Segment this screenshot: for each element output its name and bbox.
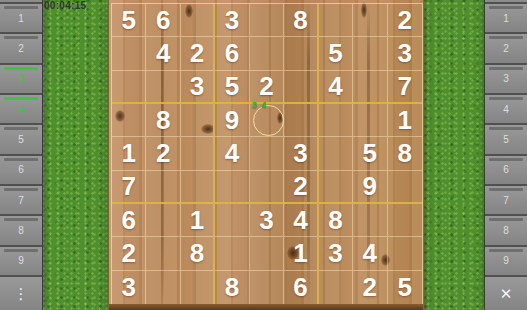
- active-indicator: [4, 127, 38, 130]
- active-indicator: [489, 6, 523, 9]
- num-button-label: 7: [18, 195, 24, 206]
- left-num-button-4[interactable]: 4: [0, 93, 42, 123]
- cell-r4c8[interactable]: [353, 104, 387, 137]
- right-num-button-9[interactable]: 9: [485, 245, 527, 275]
- cell-digit: 6: [225, 40, 239, 66]
- close-button[interactable]: ✕: [485, 275, 527, 310]
- cell-r3c6[interactable]: [284, 71, 318, 104]
- cell-r6c6[interactable]: 2: [284, 171, 318, 204]
- cell-r8c4[interactable]: [215, 237, 249, 270]
- cell-r2c9[interactable]: 3: [388, 37, 422, 70]
- cell-digit: 1: [293, 240, 307, 266]
- cell-digit: 8: [156, 107, 170, 133]
- cell-digit: 5: [121, 7, 135, 33]
- active-indicator: [4, 249, 38, 252]
- right-num-button-7[interactable]: 7: [485, 184, 527, 214]
- active-indicator: [489, 249, 523, 252]
- cell-r1c2[interactable]: 6: [146, 4, 180, 37]
- num-button-label: 9: [18, 255, 24, 266]
- cell-digit: 3: [293, 140, 307, 166]
- left-num-button-9[interactable]: 9: [0, 245, 42, 275]
- num-button-label: 3: [503, 73, 509, 84]
- cell-digit: 9: [225, 107, 239, 133]
- cell-digit: 5: [398, 274, 412, 300]
- cell-r5c7[interactable]: [319, 137, 353, 170]
- num-button-label: 3: [18, 73, 24, 84]
- cell-r4c4[interactable]: 9: [215, 104, 249, 137]
- cell-r5c1[interactable]: 1: [112, 137, 146, 170]
- active-indicator: [4, 97, 38, 100]
- cell-digit: 2: [156, 140, 170, 166]
- left-toolbar: 123456789 ⋮: [0, 0, 43, 310]
- cell-r4c5[interactable]: 3 4: [250, 104, 284, 137]
- cell-digit: 3: [398, 40, 412, 66]
- cell-r8c3[interactable]: 8: [181, 237, 215, 270]
- active-indicator: [489, 127, 523, 130]
- cell-digit: 6: [121, 207, 135, 233]
- cell-r4c9[interactable]: 1: [388, 104, 422, 137]
- active-indicator: [4, 67, 38, 70]
- num-button-label: 8: [18, 225, 24, 236]
- cell-r6c1[interactable]: 7: [112, 171, 146, 204]
- active-indicator: [489, 218, 523, 221]
- cell-r7c3[interactable]: 1: [181, 204, 215, 237]
- cell-r9c6[interactable]: 6: [284, 271, 318, 304]
- game-screen: 00:04:15 563824265335247893 411243587296…: [0, 0, 527, 310]
- cell-r1c5[interactable]: [250, 4, 284, 37]
- cell-r2c4[interactable]: 6: [215, 37, 249, 70]
- cell-r2c8[interactable]: [353, 37, 387, 70]
- cell-digit: 4: [225, 140, 239, 166]
- cell-r5c6[interactable]: 3: [284, 137, 318, 170]
- board-bottom-edge: [109, 304, 423, 310]
- cell-digit: 5: [363, 140, 377, 166]
- right-num-button-3[interactable]: 3: [485, 63, 527, 93]
- cell-r1c4[interactable]: 3: [215, 4, 249, 37]
- cell-digit: 4: [328, 73, 342, 99]
- cell-r1c3[interactable]: [181, 4, 215, 37]
- left-num-button-3[interactable]: 3: [0, 63, 42, 93]
- cell-digit: 2: [190, 40, 204, 66]
- cell-r7c2[interactable]: [146, 204, 180, 237]
- close-icon: ✕: [500, 286, 513, 301]
- cell-r9c4[interactable]: 8: [215, 271, 249, 304]
- active-indicator: [489, 158, 523, 161]
- num-button-label: 6: [503, 164, 509, 175]
- num-button-label: 9: [503, 255, 509, 266]
- cell-r1c6[interactable]: 8: [284, 4, 318, 37]
- cell-r1c7[interactable]: [319, 4, 353, 37]
- active-indicator: [4, 36, 38, 39]
- cell-r5c3[interactable]: [181, 137, 215, 170]
- active-indicator: [489, 36, 523, 39]
- cell-r3c4[interactable]: 5: [215, 71, 249, 104]
- cell-r9c1[interactable]: 3: [112, 271, 146, 304]
- active-indicator: [489, 67, 523, 70]
- cell-r8c1[interactable]: 2: [112, 237, 146, 270]
- cell-digit: 8: [328, 207, 342, 233]
- cell-r9c3[interactable]: [181, 271, 215, 304]
- left-num-button-5[interactable]: 5: [0, 123, 42, 153]
- cell-digit: 5: [328, 40, 342, 66]
- cell-digit: 8: [293, 7, 307, 33]
- num-button-label: 1: [503, 13, 509, 24]
- cell-r2c5[interactable]: [250, 37, 284, 70]
- cell-r3c7[interactable]: 4: [319, 71, 353, 104]
- pencil-marks: 3 4: [252, 100, 268, 110]
- right-num-button-6[interactable]: 6: [485, 154, 527, 184]
- cell-r8c2[interactable]: [146, 237, 180, 270]
- left-num-button-1[interactable]: 1: [0, 2, 42, 32]
- cell-digit: 2: [293, 173, 307, 199]
- cell-digit: 4: [363, 240, 377, 266]
- cell-r6c9[interactable]: [388, 171, 422, 204]
- active-indicator: [489, 97, 523, 100]
- cell-r2c1[interactable]: [112, 37, 146, 70]
- cell-r6c5[interactable]: [250, 171, 284, 204]
- cell-r5c8[interactable]: 5: [353, 137, 387, 170]
- cell-digit: 2: [363, 274, 377, 300]
- cell-r3c2[interactable]: [146, 71, 180, 104]
- left-number-buttons: 123456789: [0, 0, 42, 275]
- num-button-label: 6: [18, 164, 24, 175]
- cell-digit: 9: [363, 173, 377, 199]
- cell-digit: 1: [190, 207, 204, 233]
- right-num-button-2[interactable]: 2: [485, 32, 527, 62]
- cell-digit: 6: [293, 274, 307, 300]
- game-timer: 00:04:15: [44, 0, 86, 11]
- cell-r5c5[interactable]: [250, 137, 284, 170]
- cell-r3c9[interactable]: 7: [388, 71, 422, 104]
- cell-r4c2[interactable]: 8: [146, 104, 180, 137]
- cell-r7c5[interactable]: 3: [250, 204, 284, 237]
- cell-digit: 3: [225, 7, 239, 33]
- cell-digit: 8: [225, 274, 239, 300]
- cell-r4c3[interactable]: [181, 104, 215, 137]
- cell-r7c7[interactable]: 8: [319, 204, 353, 237]
- num-button-label: 2: [503, 43, 509, 54]
- cell-r6c8[interactable]: 9: [353, 171, 387, 204]
- cell-r7c8[interactable]: [353, 204, 387, 237]
- cell-digit: 5: [225, 73, 239, 99]
- active-indicator: [489, 188, 523, 191]
- right-toolbar: 123456789 ✕: [484, 0, 527, 310]
- cell-r9c5[interactable]: [250, 271, 284, 304]
- cell-r9c8[interactable]: 2: [353, 271, 387, 304]
- cell-r5c2[interactable]: 2: [146, 137, 180, 170]
- cell-r9c7[interactable]: [319, 271, 353, 304]
- cell-r8c8[interactable]: 4: [353, 237, 387, 270]
- cell-digit: 2: [121, 240, 135, 266]
- cell-digit: 4: [293, 207, 307, 233]
- right-num-button-1[interactable]: 1: [485, 2, 527, 32]
- cell-r4c6[interactable]: [284, 104, 318, 137]
- cell-r7c6[interactable]: 4: [284, 204, 318, 237]
- num-button-label: 4: [18, 104, 24, 115]
- cell-digit: 7: [121, 173, 135, 199]
- cell-r2c6[interactable]: [284, 37, 318, 70]
- cell-digit: 3: [121, 274, 135, 300]
- cell-r9c2[interactable]: [146, 271, 180, 304]
- left-num-button-8[interactable]: 8: [0, 214, 42, 244]
- cell-digit: 3: [190, 73, 204, 99]
- cell-r5c9[interactable]: 8: [388, 137, 422, 170]
- right-num-button-4[interactable]: 4: [485, 93, 527, 123]
- cell-r4c1[interactable]: [112, 104, 146, 137]
- cell-r2c2[interactable]: 4: [146, 37, 180, 70]
- right-num-button-8[interactable]: 8: [485, 214, 527, 244]
- cell-digit: 2: [259, 73, 273, 99]
- num-button-label: 5: [18, 134, 24, 145]
- cell-r5c4[interactable]: 4: [215, 137, 249, 170]
- cell-r8c6[interactable]: 1: [284, 237, 318, 270]
- cell-r8c7[interactable]: 3: [319, 237, 353, 270]
- num-button-label: 2: [18, 43, 24, 54]
- cell-digit: 3: [328, 240, 342, 266]
- sudoku-grid: 563824265335247893 411243587296134828134…: [111, 3, 423, 305]
- right-number-buttons: 123456789: [485, 0, 527, 275]
- active-indicator: [4, 158, 38, 161]
- cell-r3c5[interactable]: 2: [250, 71, 284, 104]
- kebab-menu-icon: ⋮: [14, 286, 29, 301]
- cell-digit: 3: [259, 207, 273, 233]
- cell-r9c9[interactable]: 5: [388, 271, 422, 304]
- num-button-label: 1: [18, 13, 24, 24]
- cell-digit: 6: [156, 7, 170, 33]
- cell-r1c8[interactable]: [353, 4, 387, 37]
- cell-r6c7[interactable]: [319, 171, 353, 204]
- num-button-label: 8: [503, 225, 509, 236]
- cell-r2c3[interactable]: 2: [181, 37, 215, 70]
- cell-digit: 4: [156, 40, 170, 66]
- sudoku-board: 563824265335247893 411243587296134828134…: [108, 0, 424, 310]
- cell-r7c9[interactable]: [388, 204, 422, 237]
- cell-r3c3[interactable]: 3: [181, 71, 215, 104]
- cell-digit: 7: [398, 73, 412, 99]
- cell-r8c9[interactable]: [388, 237, 422, 270]
- cell-digit: 2: [398, 7, 412, 33]
- left-num-button-2[interactable]: 2: [0, 32, 42, 62]
- num-button-label: 5: [503, 134, 509, 145]
- cell-r6c2[interactable]: [146, 171, 180, 204]
- left-num-button-6[interactable]: 6: [0, 154, 42, 184]
- cell-r7c1[interactable]: 6: [112, 204, 146, 237]
- num-button-label: 7: [503, 195, 509, 206]
- menu-button[interactable]: ⋮: [0, 275, 42, 310]
- cell-r1c1[interactable]: 5: [112, 4, 146, 37]
- active-indicator: [4, 6, 38, 9]
- cell-digit: 1: [121, 140, 135, 166]
- cell-r8c5[interactable]: [250, 237, 284, 270]
- cell-r6c3[interactable]: [181, 171, 215, 204]
- cell-r4c7[interactable]: [319, 104, 353, 137]
- cell-digit: 8: [398, 140, 412, 166]
- cell-r7c4[interactable]: [215, 204, 249, 237]
- cell-r3c8[interactable]: [353, 71, 387, 104]
- cell-r2c7[interactable]: 5: [319, 37, 353, 70]
- cell-r6c4[interactable]: [215, 171, 249, 204]
- active-indicator: [4, 188, 38, 191]
- active-indicator: [4, 218, 38, 221]
- cell-digit: 8: [190, 240, 204, 266]
- num-button-label: 4: [503, 104, 509, 115]
- cell-r1c9[interactable]: 2: [388, 4, 422, 37]
- cell-digit: 1: [398, 107, 412, 133]
- left-num-button-7[interactable]: 7: [0, 184, 42, 214]
- cell-r3c1[interactable]: [112, 71, 146, 104]
- right-num-button-5[interactable]: 5: [485, 123, 527, 153]
